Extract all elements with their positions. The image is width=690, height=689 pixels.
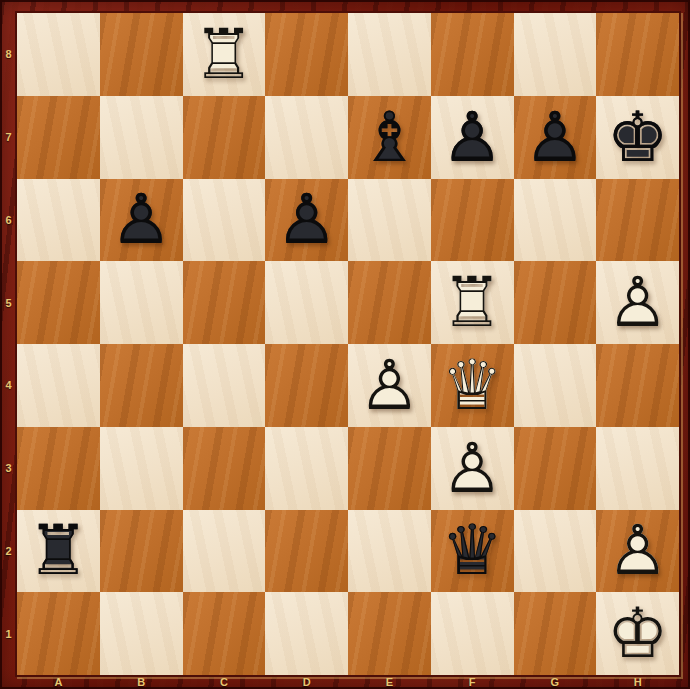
piece-white-pawn[interactable]: ♟♙ — [596, 261, 679, 344]
piece-black-queen[interactable]: ♛♕ — [431, 510, 514, 593]
square-d4[interactable] — [265, 344, 348, 427]
square-b4[interactable] — [100, 344, 183, 427]
square-d6[interactable]: ♟♙ — [265, 179, 348, 262]
square-g8[interactable] — [514, 13, 597, 96]
piece-glyph-outline: ♖ — [431, 261, 514, 344]
piece-glyph-outline: ♙ — [100, 179, 183, 262]
piece-glyph-outline: ♔ — [596, 592, 679, 675]
square-e5[interactable] — [348, 261, 431, 344]
square-c7[interactable] — [183, 96, 266, 179]
square-b5[interactable] — [100, 261, 183, 344]
square-f8[interactable] — [431, 13, 514, 96]
piece-glyph-outline: ♕ — [431, 344, 514, 427]
square-h7[interactable]: ♚♔ — [596, 96, 679, 179]
piece-glyph-outline: ♖ — [183, 13, 266, 96]
piece-white-rook[interactable]: ♜♖ — [183, 13, 266, 96]
square-d5[interactable] — [265, 261, 348, 344]
piece-glyph-outline: ♙ — [596, 261, 679, 344]
piece-white-king[interactable]: ♚♔ — [596, 592, 679, 675]
square-e8[interactable] — [348, 13, 431, 96]
square-f2[interactable]: ♛♕ — [431, 510, 514, 593]
square-b3[interactable] — [100, 427, 183, 510]
square-b2[interactable] — [100, 510, 183, 593]
square-c3[interactable] — [183, 427, 266, 510]
square-a1[interactable] — [17, 592, 100, 675]
file-labels: A B C D E F G H — [17, 675, 679, 689]
piece-black-pawn[interactable]: ♟♙ — [431, 96, 514, 179]
square-e6[interactable] — [348, 179, 431, 262]
piece-black-rook[interactable]: ♜♖ — [17, 510, 100, 593]
square-f4[interactable]: ♛♕ — [431, 344, 514, 427]
square-f6[interactable] — [431, 179, 514, 262]
square-a3[interactable] — [17, 427, 100, 510]
file-label-g: G — [514, 675, 597, 689]
square-c6[interactable] — [183, 179, 266, 262]
square-h5[interactable]: ♟♙ — [596, 261, 679, 344]
square-h2[interactable]: ♟♙ — [596, 510, 679, 593]
piece-glyph-outline: ♙ — [348, 344, 431, 427]
square-e7[interactable]: ♝♗ — [348, 96, 431, 179]
square-h6[interactable] — [596, 179, 679, 262]
square-d8[interactable] — [265, 13, 348, 96]
piece-glyph-outline: ♙ — [431, 427, 514, 510]
square-e1[interactable] — [348, 592, 431, 675]
square-c5[interactable] — [183, 261, 266, 344]
square-c4[interactable] — [183, 344, 266, 427]
square-a8[interactable] — [17, 13, 100, 96]
piece-white-rook[interactable]: ♜♖ — [431, 261, 514, 344]
square-c2[interactable] — [183, 510, 266, 593]
board-frame: 8 7 6 5 4 3 2 1 ♜♖♝♗♟♙♟♙♚♔♟♙♟♙♜♖♟♙♟♙♛♕♟♙… — [0, 0, 690, 689]
square-a2[interactable]: ♜♖ — [17, 510, 100, 593]
file-label-a: A — [17, 675, 100, 689]
square-a4[interactable] — [17, 344, 100, 427]
square-h3[interactable] — [596, 427, 679, 510]
square-f7[interactable]: ♟♙ — [431, 96, 514, 179]
square-g4[interactable] — [514, 344, 597, 427]
square-b1[interactable] — [100, 592, 183, 675]
square-b6[interactable]: ♟♙ — [100, 179, 183, 262]
file-label-e: E — [348, 675, 431, 689]
square-g3[interactable] — [514, 427, 597, 510]
piece-black-pawn[interactable]: ♟♙ — [514, 96, 597, 179]
piece-black-pawn[interactable]: ♟♙ — [100, 179, 183, 262]
square-e3[interactable] — [348, 427, 431, 510]
square-d2[interactable] — [265, 510, 348, 593]
square-e4[interactable]: ♟♙ — [348, 344, 431, 427]
square-b7[interactable] — [100, 96, 183, 179]
square-c1[interactable] — [183, 592, 266, 675]
piece-black-bishop[interactable]: ♝♗ — [348, 96, 431, 179]
square-d7[interactable] — [265, 96, 348, 179]
file-label-f: F — [431, 675, 514, 689]
square-f5[interactable]: ♜♖ — [431, 261, 514, 344]
square-g6[interactable] — [514, 179, 597, 262]
square-d3[interactable] — [265, 427, 348, 510]
piece-glyph-outline: ♙ — [514, 96, 597, 179]
board: ♜♖♝♗♟♙♟♙♚♔♟♙♟♙♜♖♟♙♟♙♛♕♟♙♜♖♛♕♟♙♚♔ — [17, 13, 679, 675]
square-a5[interactable] — [17, 261, 100, 344]
square-b8[interactable] — [100, 13, 183, 96]
square-g2[interactable] — [514, 510, 597, 593]
square-g5[interactable] — [514, 261, 597, 344]
piece-glyph-outline: ♕ — [431, 510, 514, 593]
square-a6[interactable] — [17, 179, 100, 262]
piece-white-pawn[interactable]: ♟♙ — [348, 344, 431, 427]
piece-white-queen[interactable]: ♛♕ — [431, 344, 514, 427]
square-h8[interactable] — [596, 13, 679, 96]
file-label-b: B — [100, 675, 183, 689]
square-h1[interactable]: ♚♔ — [596, 592, 679, 675]
square-g7[interactable]: ♟♙ — [514, 96, 597, 179]
square-a7[interactable] — [17, 96, 100, 179]
board-border: ♜♖♝♗♟♙♟♙♚♔♟♙♟♙♜♖♟♙♟♙♛♕♟♙♜♖♛♕♟♙♚♔ — [15, 11, 681, 677]
piece-glyph-outline: ♙ — [265, 179, 348, 262]
piece-black-pawn[interactable]: ♟♙ — [265, 179, 348, 262]
piece-glyph-outline: ♔ — [596, 96, 679, 179]
square-f3[interactable]: ♟♙ — [431, 427, 514, 510]
square-e2[interactable] — [348, 510, 431, 593]
square-c8[interactable]: ♜♖ — [183, 13, 266, 96]
piece-white-pawn[interactable]: ♟♙ — [596, 510, 679, 593]
square-h4[interactable] — [596, 344, 679, 427]
piece-glyph-outline: ♙ — [431, 96, 514, 179]
file-label-d: D — [265, 675, 348, 689]
piece-glyph-outline: ♗ — [348, 96, 431, 179]
piece-white-pawn[interactable]: ♟♙ — [431, 427, 514, 510]
file-label-h: H — [596, 675, 679, 689]
piece-black-king[interactable]: ♚♔ — [596, 96, 679, 179]
square-d1[interactable] — [265, 592, 348, 675]
square-g1[interactable] — [514, 592, 597, 675]
piece-glyph-outline: ♙ — [596, 510, 679, 593]
piece-glyph-outline: ♖ — [17, 510, 100, 593]
file-label-c: C — [183, 675, 266, 689]
square-f1[interactable] — [431, 592, 514, 675]
